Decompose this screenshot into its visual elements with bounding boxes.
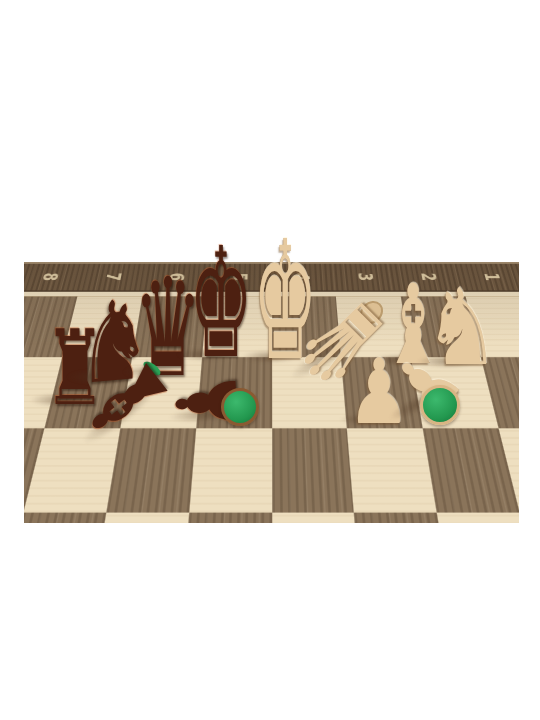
board-square: [336, 297, 411, 358]
rail-label-1: 1: [479, 273, 506, 281]
board-surface: 87654321: [24, 262, 519, 523]
board-row: [24, 357, 519, 428]
board-square: [272, 513, 363, 523]
board-square: [347, 428, 437, 512]
rail-label-3: 3: [353, 273, 378, 281]
board-square: [132, 297, 207, 358]
rail-cell: 7: [79, 264, 148, 291]
chess-board: 87654321: [24, 262, 519, 523]
rail-label-7: 7: [101, 273, 127, 281]
board-square: [272, 297, 342, 358]
board-square: [24, 513, 106, 523]
board-square: [62, 297, 142, 358]
rail-label-8: 8: [37, 273, 64, 281]
board-square: [272, 428, 355, 512]
board-square: [272, 357, 348, 428]
rail-cell: 2: [396, 264, 465, 291]
rail-label-5: 5: [227, 273, 252, 281]
product-photo: 87654321 ♜♞♛♚♝♟♚♛♝♞♟♟: [0, 0, 540, 720]
board-rail-coordinates: 87654321: [24, 262, 519, 292]
rail-cell: 3: [334, 264, 400, 291]
rail-cell: 1: [458, 264, 519, 291]
rail-cell: 5: [207, 264, 271, 291]
rail-cell: 8: [24, 264, 85, 291]
rail-label-2: 2: [416, 273, 442, 281]
board-square: [437, 513, 519, 523]
board-squares: [24, 297, 519, 523]
board-square: [341, 357, 423, 428]
board-square: [189, 428, 272, 512]
board-row: [24, 513, 519, 523]
rail-cell: 4: [272, 264, 336, 291]
rail-label-6: 6: [164, 273, 189, 281]
board-square: [202, 297, 272, 358]
board-square: [106, 428, 196, 512]
board-square: [196, 357, 272, 428]
rail-label-4: 4: [291, 273, 316, 281]
board-row: [24, 428, 519, 512]
board-square: [120, 357, 202, 428]
board-square: [180, 513, 271, 523]
board-row: [24, 297, 519, 358]
rail-cell: 6: [143, 264, 209, 291]
